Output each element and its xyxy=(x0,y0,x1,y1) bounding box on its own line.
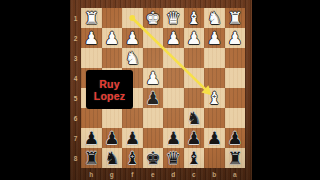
square-b3[interactable] xyxy=(204,48,225,68)
square-f8[interactable]: ♝ xyxy=(122,148,143,168)
black-pawn-c7[interactable]: ♟ xyxy=(184,128,205,148)
square-h2[interactable]: ♟ xyxy=(81,28,102,48)
square-e3[interactable] xyxy=(143,48,164,68)
square-c1[interactable]: ♝ xyxy=(184,8,205,28)
square-h6[interactable] xyxy=(81,108,102,128)
square-a8[interactable]: ♜ xyxy=(225,148,246,168)
white-pawn-d2[interactable]: ♟ xyxy=(163,28,184,48)
square-c3[interactable] xyxy=(184,48,205,68)
square-h8[interactable]: ♜ xyxy=(81,148,102,168)
rank-label-8: 8 xyxy=(70,148,81,168)
square-d1[interactable]: ♛ xyxy=(163,8,184,28)
square-d5[interactable] xyxy=(163,88,184,108)
opening-name-line2: Lopez xyxy=(94,90,125,102)
white-bishop-c1[interactable]: ♝ xyxy=(184,8,205,28)
black-knight-c6[interactable]: ♞ xyxy=(184,108,205,128)
white-pawn-f2[interactable]: ♟ xyxy=(122,28,143,48)
square-g2[interactable]: ♟ xyxy=(102,28,123,48)
black-pawn-e5[interactable]: ♟ xyxy=(143,88,164,108)
white-pawn-g2[interactable]: ♟ xyxy=(102,28,123,48)
black-knight-g8[interactable]: ♞ xyxy=(102,148,123,168)
file-label-g: g xyxy=(102,168,123,180)
black-pawn-g7[interactable]: ♟ xyxy=(102,128,123,148)
square-d6[interactable] xyxy=(163,108,184,128)
black-pawn-f7[interactable]: ♟ xyxy=(122,128,143,148)
square-a3[interactable] xyxy=(225,48,246,68)
square-g8[interactable]: ♞ xyxy=(102,148,123,168)
square-a7[interactable]: ♟ xyxy=(225,128,246,148)
black-pawn-b7[interactable]: ♟ xyxy=(204,128,225,148)
white-rook-a1[interactable]: ♜ xyxy=(225,8,246,28)
white-knight-b1[interactable]: ♞ xyxy=(204,8,225,28)
black-queen-d8[interactable]: ♛ xyxy=(163,148,184,168)
white-queen-d1[interactable]: ♛ xyxy=(163,8,184,28)
rank-label-3: 3 xyxy=(70,48,81,68)
black-pawn-h7[interactable]: ♟ xyxy=(81,128,102,148)
square-a5[interactable] xyxy=(225,88,246,108)
thumbnail-canvas: ♜♚♛♝♞♜♟♟♟♟♟♟♟♞♟♟♝♞♟♟♟♟♟♟♟♜♞♝♚♛♝♜ 1234567… xyxy=(0,0,320,180)
square-c5[interactable] xyxy=(184,88,205,108)
square-c4[interactable] xyxy=(184,68,205,88)
square-e2[interactable] xyxy=(143,28,164,48)
square-h7[interactable]: ♟ xyxy=(81,128,102,148)
file-label-b: b xyxy=(204,168,225,180)
opening-name-line1: Ruy xyxy=(99,78,119,90)
square-e7[interactable] xyxy=(143,128,164,148)
black-pawn-d7[interactable]: ♟ xyxy=(163,128,184,148)
square-f2[interactable]: ♟ xyxy=(122,28,143,48)
file-label-d: d xyxy=(163,168,184,180)
file-labels: hgfedcba xyxy=(81,168,245,180)
square-h3[interactable] xyxy=(81,48,102,68)
black-rook-h8[interactable]: ♜ xyxy=(81,148,102,168)
square-c7[interactable]: ♟ xyxy=(184,128,205,148)
square-b4[interactable] xyxy=(204,68,225,88)
file-label-f: f xyxy=(122,168,143,180)
black-bishop-f8[interactable]: ♝ xyxy=(122,148,143,168)
square-b2[interactable]: ♟ xyxy=(204,28,225,48)
square-d2[interactable]: ♟ xyxy=(163,28,184,48)
square-d7[interactable]: ♟ xyxy=(163,128,184,148)
square-c8[interactable]: ♝ xyxy=(184,148,205,168)
rank-labels: 12345678 xyxy=(70,8,81,168)
rank-label-4: 4 xyxy=(70,68,81,88)
square-b7[interactable]: ♟ xyxy=(204,128,225,148)
square-e4[interactable]: ♟ xyxy=(143,68,164,88)
file-label-a: a xyxy=(225,168,246,180)
white-rook-h1[interactable]: ♜ xyxy=(81,8,102,28)
square-e5[interactable]: ♟ xyxy=(143,88,164,108)
square-a4[interactable] xyxy=(225,68,246,88)
square-e6[interactable] xyxy=(143,108,164,128)
white-pawn-e4[interactable]: ♟ xyxy=(143,68,164,88)
square-f1[interactable] xyxy=(122,8,143,28)
rank-label-2: 2 xyxy=(70,28,81,48)
square-f6[interactable] xyxy=(122,108,143,128)
square-a2[interactable]: ♟ xyxy=(225,28,246,48)
rank-label-7: 7 xyxy=(70,128,81,148)
black-pawn-a7[interactable]: ♟ xyxy=(225,128,246,148)
white-pawn-h2[interactable]: ♟ xyxy=(81,28,102,48)
square-e8[interactable]: ♚ xyxy=(143,148,164,168)
black-rook-a8[interactable]: ♜ xyxy=(225,148,246,168)
file-label-h: h xyxy=(81,168,102,180)
white-bishop-b5[interactable]: ♝ xyxy=(204,88,225,108)
square-d8[interactable]: ♛ xyxy=(163,148,184,168)
opening-name-label: Ruy Lopez xyxy=(86,70,133,109)
black-bishop-c8[interactable]: ♝ xyxy=(184,148,205,168)
white-king-e1[interactable]: ♚ xyxy=(143,8,164,28)
square-b5[interactable]: ♝ xyxy=(204,88,225,108)
square-f7[interactable]: ♟ xyxy=(122,128,143,148)
square-d4[interactable] xyxy=(163,68,184,88)
square-e1[interactable]: ♚ xyxy=(143,8,164,28)
white-pawn-b2[interactable]: ♟ xyxy=(204,28,225,48)
square-a6[interactable] xyxy=(225,108,246,128)
rank-label-6: 6 xyxy=(70,108,81,128)
square-b8[interactable] xyxy=(204,148,225,168)
white-knight-f3[interactable]: ♞ xyxy=(122,48,143,68)
square-g1[interactable] xyxy=(102,8,123,28)
square-h1[interactable]: ♜ xyxy=(81,8,102,28)
square-a1[interactable]: ♜ xyxy=(225,8,246,28)
file-label-c: c xyxy=(184,168,205,180)
square-g7[interactable]: ♟ xyxy=(102,128,123,148)
square-c2[interactable]: ♟ xyxy=(184,28,205,48)
black-king-e8[interactable]: ♚ xyxy=(143,148,164,168)
square-f3[interactable]: ♞ xyxy=(122,48,143,68)
square-g3[interactable] xyxy=(102,48,123,68)
file-label-e: e xyxy=(143,168,164,180)
white-pawn-c2[interactable]: ♟ xyxy=(184,28,205,48)
rank-label-1: 1 xyxy=(70,8,81,28)
square-d3[interactable] xyxy=(163,48,184,68)
square-c6[interactable]: ♞ xyxy=(184,108,205,128)
rank-label-5: 5 xyxy=(70,88,81,108)
square-b1[interactable]: ♞ xyxy=(204,8,225,28)
white-pawn-a2[interactable]: ♟ xyxy=(225,28,246,48)
square-g6[interactable] xyxy=(102,108,123,128)
square-b6[interactable] xyxy=(204,108,225,128)
